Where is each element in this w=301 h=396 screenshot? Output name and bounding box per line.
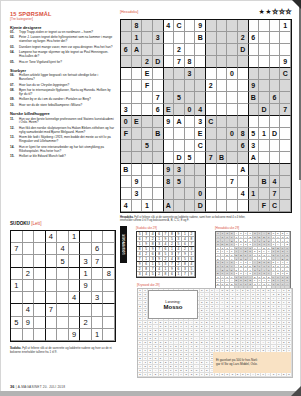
hexadoku-cell[interactable] <box>227 20 238 32</box>
sudoku-cell[interactable] <box>34 255 46 267</box>
hexadoku-cell[interactable] <box>153 80 164 92</box>
hexadoku-cell[interactable] <box>270 20 281 32</box>
hexadoku-cell[interactable] <box>153 116 164 128</box>
hexadoku-cell[interactable] <box>174 140 185 152</box>
hexadoku-cell[interactable] <box>153 140 164 152</box>
winner-text-line2: går til Siv og Lars Middel, Oslo. <box>216 363 288 367</box>
hexadoku-cell[interactable] <box>280 80 291 92</box>
hexadoku-cell[interactable] <box>132 92 143 104</box>
crossword-cell: D <box>287 373 292 377</box>
hexadoku-cell[interactable] <box>249 200 260 212</box>
hexadoku-cell[interactable] <box>280 140 291 152</box>
quiz-column: 15 SPØRSMÅL [Tre kategorier] Kjente desi… <box>10 11 114 161</box>
hexadoku-cell[interactable] <box>142 92 153 104</box>
sudoku-cell[interactable] <box>80 292 92 304</box>
hexadoku-cell[interactable] <box>259 92 270 104</box>
sudoku-cell[interactable] <box>57 231 69 243</box>
hexadoku-cell[interactable] <box>206 32 217 44</box>
hexadoku-cell[interactable] <box>227 116 238 128</box>
hexadoku-cell[interactable] <box>217 200 228 212</box>
hexadoku-cell[interactable] <box>227 80 238 92</box>
sudoku-cell[interactable] <box>69 268 81 280</box>
hexadoku-cell[interactable] <box>217 116 228 128</box>
hexadoku-cell[interactable] <box>164 68 175 80</box>
sudoku-cell[interactable] <box>23 231 35 243</box>
quiz-question: 13.Hvem ble født i Skjeberg i 1923, men … <box>10 136 114 144</box>
sudoku-cell[interactable] <box>80 243 92 255</box>
hexadoku-cell[interactable] <box>185 20 196 32</box>
sudoku-cell[interactable] <box>11 329 23 341</box>
sudoku-cell[interactable] <box>46 243 58 255</box>
sudoku-cell[interactable] <box>80 304 92 316</box>
hexadoku-cell[interactable] <box>217 164 228 176</box>
hexadoku-cell[interactable] <box>270 80 281 92</box>
hexadoku-cell[interactable] <box>217 80 228 92</box>
sudoku-cell[interactable] <box>11 292 23 304</box>
hexadoku-cell[interactable] <box>206 20 217 32</box>
quiz-question: 09.Hvilken by er du i om du vandrer i Po… <box>10 98 114 102</box>
hexadoku-cell: 8 <box>164 176 175 188</box>
hexadoku-cell[interactable] <box>185 164 196 176</box>
hexadoku-cell[interactable] <box>153 68 164 80</box>
hexadoku-cell[interactable] <box>132 200 143 212</box>
question-text: Dansken tegnet mange vaser, men var også… <box>19 46 114 50</box>
hexadoku-cell[interactable] <box>280 164 291 176</box>
question-number: 08. <box>10 89 19 97</box>
hexadoku-cell[interactable] <box>195 152 206 164</box>
sudoku-cell[interactable] <box>103 255 115 267</box>
hexadoku-cell[interactable] <box>153 176 164 188</box>
hexadoku-cell[interactable] <box>185 116 196 128</box>
sudoku-cell: 7 <box>92 255 104 267</box>
hexadoku-cell[interactable] <box>153 20 164 32</box>
quiz-question: 08.Byen har to internasjonale flyplasser… <box>10 89 114 97</box>
sudoku-cell[interactable] <box>34 268 46 280</box>
question-text: Lampene har mange skjermer og ble tegnet… <box>19 51 114 59</box>
hexadoku-cell[interactable] <box>259 44 270 56</box>
sudoku-cell: 5 <box>57 255 69 267</box>
hexadoku-cell: 1 <box>280 20 291 32</box>
sudoku-cell[interactable] <box>103 317 115 329</box>
hexadoku-cell: 6 <box>270 92 281 104</box>
hexadoku-cell[interactable] <box>206 176 217 188</box>
sudoku-cell[interactable] <box>34 280 46 292</box>
sudoku-cell[interactable] <box>34 317 46 329</box>
sudoku-cell[interactable] <box>34 304 46 316</box>
hexadoku-cell[interactable] <box>164 140 175 152</box>
hexadoku-cell[interactable] <box>249 44 260 56</box>
hexadoku-cell[interactable] <box>185 128 196 140</box>
quiz-question: 15.Hvilket år ble Edvard Munch født? <box>10 155 114 159</box>
hexadoku-cell: 2 <box>174 44 185 56</box>
hexadoku-cell[interactable] <box>259 32 270 44</box>
hexadoku-cell: 5 <box>174 92 185 104</box>
sudoku-cell[interactable] <box>80 231 92 243</box>
hexadoku-cell[interactable] <box>121 92 132 104</box>
hexadoku-cell[interactable] <box>259 188 270 200</box>
hexadoku-cell[interactable] <box>270 140 281 152</box>
sudoku-cell[interactable] <box>57 329 69 341</box>
hexadoku-cell[interactable] <box>206 104 217 116</box>
sudoku-cell[interactable] <box>34 292 46 304</box>
hexadoku-cell[interactable] <box>174 128 185 140</box>
footer: 36 | A-MAGASINET 20. JULI 2018 <box>10 385 65 389</box>
sudoku-cell[interactable] <box>57 268 69 280</box>
hexadoku-cell[interactable] <box>195 176 206 188</box>
hexadoku-cell[interactable] <box>174 32 185 44</box>
hexadoku-cell[interactable] <box>238 116 249 128</box>
hexadoku-cell[interactable] <box>280 92 291 104</box>
hexadoku-cell[interactable] <box>238 20 249 32</box>
sudoku-cell[interactable] <box>80 329 92 341</box>
hexadoku-cell[interactable] <box>132 56 143 68</box>
hexadoku-cell[interactable] <box>217 56 228 68</box>
hexadoku-cell: 2 <box>238 32 249 44</box>
hexadoku-cell[interactable] <box>153 152 164 164</box>
hexadoku-cell[interactable] <box>132 104 143 116</box>
hexadoku-cell[interactable] <box>249 116 260 128</box>
sudoku-cell[interactable] <box>11 304 23 316</box>
hexadoku-cell[interactable] <box>185 140 196 152</box>
hexadoku-cell[interactable] <box>227 56 238 68</box>
sudoku-cell[interactable] <box>57 304 69 316</box>
hexadoku-cell[interactable] <box>195 80 206 92</box>
hexadoku-cell[interactable] <box>185 32 196 44</box>
hexadoku-cell: A <box>238 164 249 176</box>
hexadoku-cell: 1 <box>249 188 260 200</box>
hexadoku-cell[interactable] <box>121 80 132 92</box>
hexadoku-cell[interactable] <box>121 176 132 188</box>
sudoku-caption-text: Fyll ut feltene slik at de vannrette og … <box>10 346 112 354</box>
hexadoku-cell: E <box>142 68 153 80</box>
sudoku-cell[interactable] <box>103 280 115 292</box>
quiz-question: 14.Hun er kjent for sine interiørarbeide… <box>10 146 114 154</box>
hexadoku-cell: 4 <box>238 188 249 200</box>
hexadoku-cell[interactable] <box>280 188 291 200</box>
solutions-vertical-label: LØSNINGER <box>120 226 127 263</box>
hexadoku-cell[interactable] <box>217 68 228 80</box>
quiz-subtitle: [Tre kategorier] <box>10 17 114 21</box>
hexadoku-cell[interactable] <box>270 68 281 80</box>
hexadoku-cell[interactable] <box>174 68 185 80</box>
hexadoku-cell[interactable] <box>249 164 260 176</box>
sudoku-cell[interactable] <box>23 255 35 267</box>
hexadoku-cell[interactable] <box>217 44 228 56</box>
hexadoku-cell[interactable] <box>142 164 153 176</box>
hexadoku-cell[interactable] <box>280 44 291 56</box>
sudoku-cell[interactable] <box>46 255 58 267</box>
hexadoku-cell[interactable] <box>206 140 217 152</box>
hexadoku-cell[interactable] <box>238 104 249 116</box>
hexadoku-cell[interactable] <box>270 116 281 128</box>
hexadoku-cell[interactable] <box>206 200 217 212</box>
hexadoku-cell: C <box>174 20 185 32</box>
sudoku-cell[interactable] <box>23 292 35 304</box>
hexadoku-cell[interactable] <box>259 80 270 92</box>
hexadoku-cell[interactable] <box>259 140 270 152</box>
hexadoku-cell[interactable] <box>164 44 175 56</box>
quiz-question: 03.Dansken tegnet mange vaser, men var o… <box>10 46 114 50</box>
hexadoku-cell[interactable] <box>280 176 291 188</box>
hexadoku-cell[interactable] <box>185 200 196 212</box>
sudoku-cell[interactable] <box>46 268 58 280</box>
sudoku-cell[interactable] <box>69 243 81 255</box>
hexadoku-cell: 3 <box>153 32 164 44</box>
quiz-question: 12.Han fikk den norske skulpturprisen fr… <box>10 127 114 135</box>
sudoku-cell[interactable] <box>69 255 81 267</box>
hexadoku-cell: B <box>153 128 164 140</box>
sudoku-cell[interactable] <box>46 280 58 292</box>
hexadoku-cell[interactable] <box>132 80 143 92</box>
hexadoku-cell[interactable] <box>121 20 132 32</box>
hexadoku-cell[interactable] <box>270 164 281 176</box>
hexadoku-cell[interactable] <box>153 188 164 200</box>
hexadoku-cell[interactable] <box>270 152 281 164</box>
hexadoku-cell[interactable] <box>132 152 143 164</box>
sudoku-cell: 1 <box>80 268 92 280</box>
hexadoku-cell[interactable] <box>217 20 228 32</box>
hexadoku-cell[interactable] <box>227 164 238 176</box>
hexadoku-cell[interactable] <box>217 92 228 104</box>
hexadoku-cell[interactable] <box>185 80 196 92</box>
hexadoku-cell[interactable] <box>249 56 260 68</box>
hexadoku-cell[interactable] <box>164 32 175 44</box>
hexadoku-cell[interactable] <box>238 92 249 104</box>
hexadoku-cell[interactable] <box>249 176 260 188</box>
sudoku-cell[interactable] <box>103 329 115 341</box>
page-edge-right <box>299 0 301 180</box>
hexadoku-cell[interactable] <box>174 80 185 92</box>
sudoku-cell: 4 <box>57 243 69 255</box>
hexadoku-cell: 9 <box>195 20 206 32</box>
hexadoku-cell: D <box>153 56 164 68</box>
hexadoku-cell[interactable] <box>249 68 260 80</box>
sudoku-cell[interactable] <box>34 329 46 341</box>
hexadoku-cell[interactable] <box>195 44 206 56</box>
hexadoku-cell[interactable] <box>280 152 291 164</box>
hexadoku-cell[interactable] <box>270 44 281 56</box>
hexadoku-cell[interactable] <box>174 200 185 212</box>
hexadoku-cell[interactable] <box>259 56 270 68</box>
hexadoku-cell[interactable] <box>142 20 153 32</box>
hexadoku-cell[interactable] <box>195 164 206 176</box>
question-number: 03. <box>10 46 19 50</box>
sudoku-cell[interactable] <box>103 304 115 316</box>
hexadoku-cell[interactable] <box>121 152 132 164</box>
hexadoku-cell[interactable] <box>259 164 270 176</box>
solution-hexadoku-header: [Hexadoku uke 29] <box>215 226 239 230</box>
hexadoku-cell[interactable] <box>270 32 281 44</box>
sudoku-cell[interactable] <box>92 304 104 316</box>
sudoku-cell[interactable] <box>103 292 115 304</box>
hexadoku-grid: 84C9113B266A2D2D789E30CF2975B636E04D70E9… <box>120 19 292 213</box>
sudoku-cell[interactable] <box>11 231 23 243</box>
hexadoku-cell[interactable] <box>238 56 249 68</box>
hexadoku-cell[interactable] <box>270 104 281 116</box>
hexadoku-cell[interactable] <box>280 116 291 128</box>
sudoku-cell: 6 <box>92 243 104 255</box>
hexadoku-cell[interactable] <box>217 104 228 116</box>
sudoku-cell[interactable] <box>23 329 35 341</box>
hexadoku-cell[interactable] <box>227 200 238 212</box>
sudoku-cell[interactable] <box>103 231 115 243</box>
hexadoku-cell: F <box>259 200 270 212</box>
sudoku-cell[interactable] <box>46 329 58 341</box>
sudoku-cell[interactable] <box>23 243 35 255</box>
hexadoku-cell[interactable] <box>174 104 185 116</box>
hexadoku-cell[interactable] <box>227 188 238 200</box>
hexadoku-cell[interactable] <box>217 32 228 44</box>
sudoku-cell: 3 <box>80 255 92 267</box>
hexadoku-cell[interactable] <box>227 140 238 152</box>
hexadoku-cell[interactable] <box>206 56 217 68</box>
sudoku-cell[interactable] <box>92 268 104 280</box>
hexadoku-cell[interactable] <box>142 128 153 140</box>
hexadoku-cell[interactable] <box>121 140 132 152</box>
sudoku-cell[interactable] <box>92 231 104 243</box>
hexadoku-cell[interactable] <box>121 32 132 44</box>
sudoku-cell[interactable] <box>23 280 35 292</box>
hexadoku-cell[interactable] <box>174 188 185 200</box>
hexadoku-cell[interactable] <box>217 176 228 188</box>
hexadoku-cell[interactable] <box>164 56 175 68</box>
hexadoku-cell[interactable] <box>185 188 196 200</box>
sudoku-cell[interactable] <box>103 243 115 255</box>
hexadoku-cell[interactable] <box>142 176 153 188</box>
hexadoku-cell[interactable] <box>227 104 238 116</box>
hexadoku-cell[interactable] <box>280 32 291 44</box>
hexadoku-cell[interactable] <box>132 164 143 176</box>
hexadoku-cell[interactable] <box>142 116 153 128</box>
hexadoku-cell[interactable] <box>259 116 270 128</box>
hexadoku-cell: C <box>280 68 291 80</box>
hexadoku-cell[interactable] <box>142 44 153 56</box>
hexadoku-cell[interactable] <box>227 32 238 44</box>
sudoku-cell[interactable] <box>11 255 23 267</box>
hexadoku-cell: 6 <box>121 44 132 56</box>
hexadoku-cell[interactable] <box>185 92 196 104</box>
sudoku-cell[interactable] <box>69 304 81 316</box>
hexadoku-cell[interactable] <box>206 128 217 140</box>
hexadoku-cell[interactable] <box>195 68 206 80</box>
hexadoku-cell[interactable] <box>249 104 260 116</box>
hexadoku-cell[interactable] <box>164 80 175 92</box>
page-corner-top-right <box>292 0 301 9</box>
sudoku-caption: Sudoku. Fyll ut feltene slik at de vannr… <box>10 347 113 354</box>
hexadoku-cell[interactable] <box>206 164 217 176</box>
hexadoku-cell[interactable] <box>153 200 164 212</box>
hexadoku-cell[interactable] <box>206 44 217 56</box>
sudoku-cell[interactable] <box>46 317 58 329</box>
hexadoku-cell[interactable] <box>206 68 217 80</box>
hexadoku-cell[interactable] <box>195 92 206 104</box>
hexadoku-cell[interactable] <box>121 68 132 80</box>
hexadoku-cell[interactable] <box>259 20 270 32</box>
sudoku-cell[interactable] <box>57 317 69 329</box>
hexadoku-cell[interactable] <box>132 68 143 80</box>
hexadoku-cell[interactable] <box>249 20 260 32</box>
hexadoku-cell[interactable] <box>164 152 175 164</box>
hexadoku-cell[interactable] <box>153 164 164 176</box>
hexadoku-cell: 2 <box>142 56 153 68</box>
question-text: Hvilken arkitekt ligger begravd i sin fo… <box>19 74 114 82</box>
hexadoku-cell[interactable] <box>142 152 153 164</box>
sudoku-cell[interactable] <box>11 268 23 280</box>
sudoku-cell[interactable] <box>34 243 46 255</box>
hexadoku-cell: F <box>121 128 132 140</box>
hexadoku-cell[interactable] <box>206 92 217 104</box>
hexadoku-cell: B <box>217 152 228 164</box>
hexadoku-cell[interactable] <box>185 44 196 56</box>
hexadoku-cell[interactable] <box>132 140 143 152</box>
hexadoku-cell: 7 <box>153 92 164 104</box>
hexadoku-cell[interactable] <box>227 92 238 104</box>
sudoku-cell: 1 <box>92 329 104 341</box>
hexadoku-cell[interactable] <box>164 128 175 140</box>
hexadoku-cell[interactable] <box>142 32 153 44</box>
hexadoku-cell[interactable] <box>217 140 228 152</box>
hexadoku-cell[interactable] <box>121 188 132 200</box>
sudoku-cell: 9 <box>23 317 35 329</box>
hexadoku-cell[interactable] <box>238 176 249 188</box>
sudoku-cell[interactable] <box>92 280 104 292</box>
sudoku-cell[interactable] <box>34 231 46 243</box>
page-corner-bottom-right <box>291 386 301 396</box>
hexadoku-cell: 3 <box>121 104 132 116</box>
sudoku-cell[interactable] <box>69 317 81 329</box>
hexadoku-cell[interactable] <box>164 188 175 200</box>
hexadoku-cell[interactable] <box>206 188 217 200</box>
hexadoku-cell[interactable] <box>238 68 249 80</box>
hexadoku-cell[interactable] <box>153 44 164 56</box>
hexadoku-cell: B <box>195 32 206 44</box>
hexadoku-cell[interactable] <box>238 200 249 212</box>
sudoku-cell: 3 <box>92 292 104 304</box>
sudoku-cell[interactable] <box>46 292 58 304</box>
sudoku-cell[interactable] <box>57 292 69 304</box>
hexadoku-cell: 5 <box>174 176 185 188</box>
quiz-category-header: Norske billedhuggere <box>10 111 114 116</box>
sudoku-cell[interactable] <box>69 280 81 292</box>
hexadoku-cell: 0 <box>227 128 238 140</box>
hexadoku-cell[interactable] <box>259 68 270 80</box>
hexadoku-cell[interactable] <box>195 56 206 68</box>
hexadoku-cell[interactable] <box>217 128 228 140</box>
hexadoku-cell[interactable] <box>164 92 175 104</box>
hexadoku-cell[interactable] <box>142 104 153 116</box>
hexadoku-cell[interactable] <box>142 188 153 200</box>
hexadoku-cell[interactable] <box>227 152 238 164</box>
hexadoku-cell[interactable] <box>280 128 291 140</box>
hexadoku-cell[interactable] <box>270 56 281 68</box>
hexadoku-cell[interactable] <box>132 128 143 140</box>
sudoku-cell[interactable] <box>92 317 104 329</box>
hexadoku-cell[interactable] <box>121 56 132 68</box>
sudoku-header: SUDOKU [Lett] <box>10 221 41 226</box>
question-text: Hvor ser du de store fotballkampene i Mi… <box>19 104 114 108</box>
hexadoku-cell[interactable] <box>280 200 291 212</box>
hexadoku-cell: D <box>238 44 249 56</box>
hexadoku-cell: F <box>142 80 153 92</box>
hexadoku-cell[interactable] <box>238 152 249 164</box>
hexadoku-cell: 6 <box>249 32 260 44</box>
hexadoku-cell[interactable] <box>217 188 228 200</box>
hexadoku-cell[interactable] <box>227 44 238 56</box>
hexadoku-cell[interactable] <box>238 80 249 92</box>
sudoku-cell[interactable] <box>57 280 69 292</box>
hexadoku-cell[interactable] <box>259 152 270 164</box>
hexadoku-cell[interactable] <box>185 176 196 188</box>
